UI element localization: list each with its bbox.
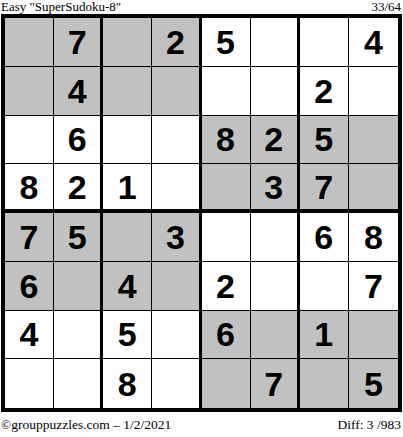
cell-r5c3[interactable] <box>103 213 152 262</box>
cell-r1c7[interactable] <box>300 18 349 67</box>
cell-r7c3: 5 <box>103 311 152 360</box>
cell-r6c3: 4 <box>103 262 152 311</box>
cell-r1c1[interactable] <box>5 18 54 67</box>
cell-r8c6: 7 <box>251 359 300 408</box>
cell-r7c2[interactable] <box>54 311 103 360</box>
cell-r5c5[interactable] <box>202 213 251 262</box>
cell-r2c3[interactable] <box>103 67 152 116</box>
footer: ©grouppuzzles.com – 1/2/2021 Diff: 3 /98… <box>0 412 403 433</box>
cell-r8c8: 5 <box>349 359 398 408</box>
puzzle-counter: 33/64 <box>371 0 401 14</box>
cell-r3c6: 2 <box>251 116 300 165</box>
cell-r7c6[interactable] <box>251 311 300 360</box>
cell-r6c5: 2 <box>202 262 251 311</box>
cell-r3c2: 6 <box>54 116 103 165</box>
cell-r6c7[interactable] <box>300 262 349 311</box>
cell-r2c6[interactable] <box>251 67 300 116</box>
cell-r8c3: 8 <box>103 359 152 408</box>
cell-r6c4[interactable] <box>152 262 201 311</box>
cell-r2c7: 2 <box>300 67 349 116</box>
header: Easy "SuperSudoku-8" 33/64 <box>0 0 403 14</box>
cell-r4c3: 1 <box>103 164 152 213</box>
cell-r7c5: 6 <box>202 311 251 360</box>
cell-r4c5[interactable] <box>202 164 251 213</box>
puzzle-page: Easy "SuperSudoku-8" 33/64 7254426825821… <box>0 0 403 437</box>
difficulty-text: Diff: 3 /983 <box>338 417 402 433</box>
cell-r8c1[interactable] <box>5 359 54 408</box>
cell-r1c4: 2 <box>152 18 201 67</box>
cell-r5c1: 7 <box>5 213 54 262</box>
cell-r2c2: 4 <box>54 67 103 116</box>
cell-r3c4[interactable] <box>152 116 201 165</box>
cell-r3c3[interactable] <box>103 116 152 165</box>
copyright-text: ©grouppuzzles.com – 1/2/2021 <box>1 417 171 433</box>
cell-r3c1[interactable] <box>5 116 54 165</box>
cell-r4c4[interactable] <box>152 164 201 213</box>
cell-r8c7[interactable] <box>300 359 349 408</box>
cell-r6c1: 6 <box>5 262 54 311</box>
cell-r1c8: 4 <box>349 18 398 67</box>
cell-r7c7: 1 <box>300 311 349 360</box>
cell-r1c5: 5 <box>202 18 251 67</box>
cell-r8c5[interactable] <box>202 359 251 408</box>
cell-r8c2[interactable] <box>54 359 103 408</box>
cell-r4c6: 3 <box>251 164 300 213</box>
cell-r4c1: 8 <box>5 164 54 213</box>
cell-r3c7: 5 <box>300 116 349 165</box>
cell-r7c4[interactable] <box>152 311 201 360</box>
cell-r2c4[interactable] <box>152 67 201 116</box>
cell-r2c5[interactable] <box>202 67 251 116</box>
cell-r1c6[interactable] <box>251 18 300 67</box>
cell-r5c2: 5 <box>54 213 103 262</box>
cell-r1c2: 7 <box>54 18 103 67</box>
puzzle-title: Easy "SuperSudoku-8" <box>1 0 121 14</box>
cell-r2c1[interactable] <box>5 67 54 116</box>
cell-r8c4[interactable] <box>152 359 201 408</box>
cell-r4c8[interactable] <box>349 164 398 213</box>
cell-r7c1: 4 <box>5 311 54 360</box>
cell-r3c5: 8 <box>202 116 251 165</box>
cell-r5c7: 6 <box>300 213 349 262</box>
cell-r5c6[interactable] <box>251 213 300 262</box>
sudoku-board: 7254426825821377536864274561875 <box>1 14 402 412</box>
cell-r2c8[interactable] <box>349 67 398 116</box>
cell-r5c4: 3 <box>152 213 201 262</box>
cell-r7c8[interactable] <box>349 311 398 360</box>
cell-r6c2[interactable] <box>54 262 103 311</box>
cell-r3c8[interactable] <box>349 116 398 165</box>
cell-r6c8: 7 <box>349 262 398 311</box>
cell-r1c3[interactable] <box>103 18 152 67</box>
cell-r4c7: 7 <box>300 164 349 213</box>
cell-r4c2: 2 <box>54 164 103 213</box>
cell-r6c6[interactable] <box>251 262 300 311</box>
cell-r5c8: 8 <box>349 213 398 262</box>
